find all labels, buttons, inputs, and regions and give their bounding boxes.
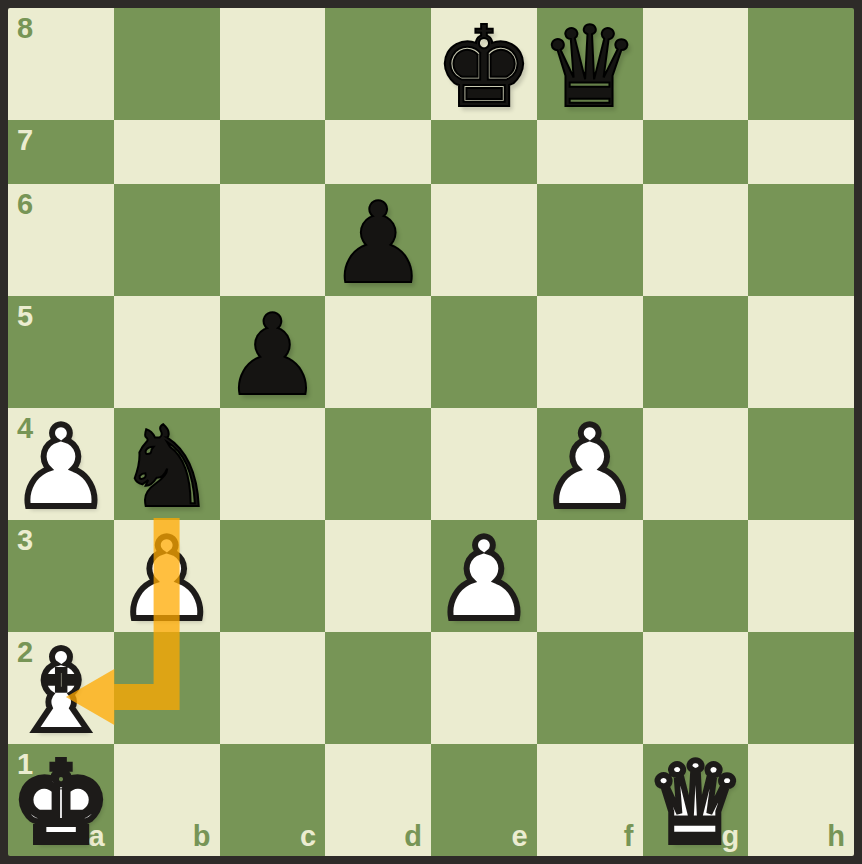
black-queen-icon[interactable]: ♛ xyxy=(539,11,639,123)
square-g8[interactable] xyxy=(643,8,749,120)
square-f6[interactable] xyxy=(537,184,643,296)
square-d7[interactable] xyxy=(325,120,431,184)
file-label-f: f xyxy=(624,822,634,851)
square-b8[interactable] xyxy=(114,8,220,120)
white-king-icon[interactable]: ♚ xyxy=(11,747,111,856)
square-a8[interactable]: 8 xyxy=(8,8,114,120)
square-c2[interactable] xyxy=(220,632,326,744)
file-label-e: e xyxy=(512,822,528,851)
square-c8[interactable] xyxy=(220,8,326,120)
square-d5[interactable] xyxy=(325,296,431,408)
file-label-d: d xyxy=(404,822,422,851)
file-label-c: c xyxy=(300,822,316,851)
square-b6[interactable] xyxy=(114,184,220,296)
square-g4[interactable] xyxy=(643,408,749,520)
rank-label-8: 8 xyxy=(17,14,33,43)
black-pawn-icon[interactable]: ♟ xyxy=(222,299,322,411)
square-g6[interactable] xyxy=(643,184,749,296)
square-c4[interactable] xyxy=(220,408,326,520)
square-f8[interactable]: ♛ xyxy=(537,8,643,120)
file-label-b: b xyxy=(193,822,211,851)
square-a1[interactable]: 1a♚ xyxy=(8,744,114,856)
square-b1[interactable]: b xyxy=(114,744,220,856)
chess-board: 8♚♛76♟5♟4♟♞♟3♟♟2♝1a♚bcdefg♛h xyxy=(8,8,854,856)
square-d6[interactable]: ♟ xyxy=(325,184,431,296)
square-c7[interactable] xyxy=(220,120,326,184)
square-e7[interactable] xyxy=(431,120,537,184)
square-h3[interactable] xyxy=(748,520,854,632)
square-e2[interactable] xyxy=(431,632,537,744)
square-f2[interactable] xyxy=(537,632,643,744)
square-d2[interactable] xyxy=(325,632,431,744)
rank-label-7: 7 xyxy=(17,126,33,155)
square-g7[interactable] xyxy=(643,120,749,184)
white-pawn-icon[interactable]: ♟ xyxy=(11,411,111,523)
square-e5[interactable] xyxy=(431,296,537,408)
black-king-icon[interactable]: ♚ xyxy=(434,11,534,123)
white-pawn-icon[interactable]: ♟ xyxy=(434,523,534,635)
square-g2[interactable] xyxy=(643,632,749,744)
square-e3[interactable]: ♟ xyxy=(431,520,537,632)
square-a5[interactable]: 5 xyxy=(8,296,114,408)
square-h7[interactable] xyxy=(748,120,854,184)
rank-label-3: 3 xyxy=(17,526,33,555)
square-e8[interactable]: ♚ xyxy=(431,8,537,120)
square-c6[interactable] xyxy=(220,184,326,296)
square-h2[interactable] xyxy=(748,632,854,744)
square-a7[interactable]: 7 xyxy=(8,120,114,184)
white-pawn-icon[interactable]: ♟ xyxy=(116,523,216,635)
square-d4[interactable] xyxy=(325,408,431,520)
square-c3[interactable] xyxy=(220,520,326,632)
square-c5[interactable]: ♟ xyxy=(220,296,326,408)
square-h8[interactable] xyxy=(748,8,854,120)
square-a2[interactable]: 2♝ xyxy=(8,632,114,744)
square-g1[interactable]: g♛ xyxy=(643,744,749,856)
square-b4[interactable]: ♞ xyxy=(114,408,220,520)
square-d3[interactable] xyxy=(325,520,431,632)
square-g3[interactable] xyxy=(643,520,749,632)
rank-label-6: 6 xyxy=(17,190,33,219)
square-b5[interactable] xyxy=(114,296,220,408)
square-b7[interactable] xyxy=(114,120,220,184)
black-pawn-icon[interactable]: ♟ xyxy=(328,187,428,299)
square-e1[interactable]: e xyxy=(431,744,537,856)
square-f4[interactable]: ♟ xyxy=(537,408,643,520)
white-bishop-icon[interactable]: ♝ xyxy=(11,635,111,747)
square-h6[interactable] xyxy=(748,184,854,296)
square-f1[interactable]: f xyxy=(537,744,643,856)
square-f5[interactable] xyxy=(537,296,643,408)
white-queen-icon[interactable]: ♛ xyxy=(645,747,745,856)
file-label-h: h xyxy=(827,822,845,851)
square-g5[interactable] xyxy=(643,296,749,408)
black-knight-icon[interactable]: ♞ xyxy=(116,411,216,523)
square-a3[interactable]: 3 xyxy=(8,520,114,632)
square-b3[interactable]: ♟ xyxy=(114,520,220,632)
rank-label-5: 5 xyxy=(17,302,33,331)
square-h1[interactable]: h xyxy=(748,744,854,856)
square-e6[interactable] xyxy=(431,184,537,296)
square-f7[interactable] xyxy=(537,120,643,184)
square-d8[interactable] xyxy=(325,8,431,120)
square-d1[interactable]: d xyxy=(325,744,431,856)
square-f3[interactable] xyxy=(537,520,643,632)
square-a4[interactable]: 4♟ xyxy=(8,408,114,520)
square-b2[interactable] xyxy=(114,632,220,744)
square-h5[interactable] xyxy=(748,296,854,408)
square-a6[interactable]: 6 xyxy=(8,184,114,296)
square-e4[interactable] xyxy=(431,408,537,520)
white-pawn-icon[interactable]: ♟ xyxy=(539,411,639,523)
square-h4[interactable] xyxy=(748,408,854,520)
square-c1[interactable]: c xyxy=(220,744,326,856)
